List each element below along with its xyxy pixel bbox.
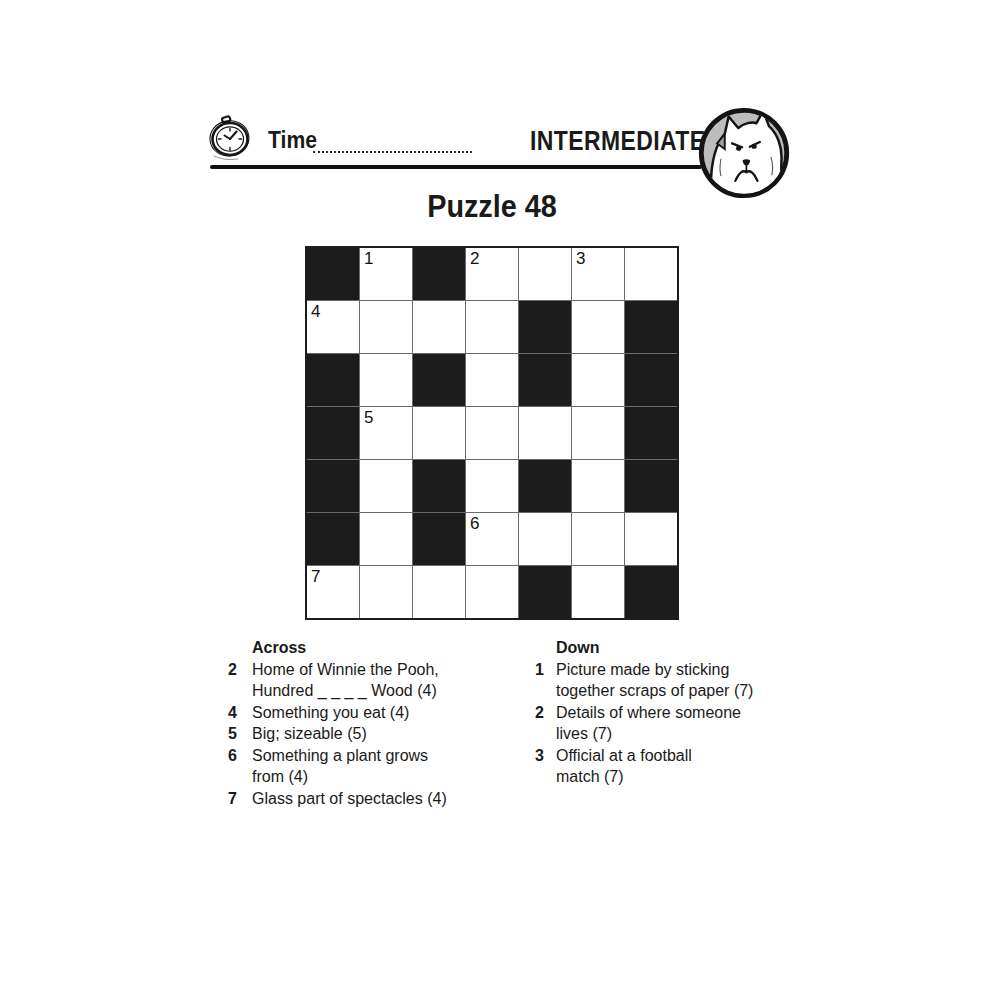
clue-text: Something a plant grows from (4) xyxy=(252,745,478,788)
clue-text: Details of where someone lives (7) xyxy=(556,702,772,745)
clue-list-number: 3 xyxy=(535,745,556,767)
letter-cell[interactable] xyxy=(466,407,518,459)
clue-list-number: 5 xyxy=(228,723,252,745)
letter-cell[interactable]: 4 xyxy=(307,301,359,353)
clue-list-number: 7 xyxy=(228,788,252,810)
crossword-grid: 1234567 xyxy=(305,246,679,620)
clue-text: Home of Winnie the Pooh, Hundred _ _ _ _… xyxy=(252,659,478,702)
down-clue-2: 2Details of where someone lives (7) xyxy=(535,702,772,745)
letter-cell[interactable] xyxy=(360,566,412,618)
block-cell xyxy=(413,513,465,565)
letter-cell[interactable] xyxy=(360,460,412,512)
block-cell xyxy=(519,354,571,406)
time-write-in-line xyxy=(313,130,472,153)
block-cell xyxy=(625,566,677,618)
letter-cell[interactable] xyxy=(572,566,624,618)
across-clue-7: 7Glass part of spectacles (4) xyxy=(228,788,478,810)
clue-number: 6 xyxy=(470,514,479,533)
down-clue-1: 1Picture made by sticking together scrap… xyxy=(535,659,772,702)
clue-text: Picture made by sticking together scraps… xyxy=(556,659,772,702)
clue-list-number: 4 xyxy=(228,702,252,724)
letter-cell[interactable] xyxy=(572,460,624,512)
letter-cell[interactable]: 6 xyxy=(466,513,518,565)
letter-cell[interactable] xyxy=(360,354,412,406)
letter-cell[interactable] xyxy=(625,248,677,300)
block-cell xyxy=(519,460,571,512)
page-title: Puzzle 48 xyxy=(312,188,672,225)
letter-cell[interactable] xyxy=(466,354,518,406)
across-heading: Across xyxy=(252,637,478,659)
clue-list-number: 6 xyxy=(228,745,252,767)
down-heading: Down xyxy=(556,637,772,659)
header-rule xyxy=(210,165,702,169)
letter-cell[interactable] xyxy=(360,301,412,353)
letter-cell[interactable] xyxy=(572,301,624,353)
block-cell xyxy=(307,407,359,459)
letter-cell[interactable]: 7 xyxy=(307,566,359,618)
letter-cell[interactable]: 3 xyxy=(572,248,624,300)
clue-text: Something you eat (4) xyxy=(252,702,478,724)
down-clue-3: 3Official at a football match (7) xyxy=(535,745,772,788)
letter-cell[interactable] xyxy=(519,248,571,300)
letter-cell[interactable] xyxy=(625,513,677,565)
letter-cell[interactable] xyxy=(466,301,518,353)
across-clue-5: 5Big; sizeable (5) xyxy=(228,723,478,745)
clue-list-number: 1 xyxy=(535,659,556,681)
clue-text: Big; sizeable (5) xyxy=(252,723,478,745)
block-cell xyxy=(413,354,465,406)
letter-cell[interactable]: 1 xyxy=(360,248,412,300)
dog-mascot-icon xyxy=(696,105,792,201)
down-clue-list: 1Picture made by sticking together scrap… xyxy=(535,659,772,788)
block-cell xyxy=(519,301,571,353)
block-cell xyxy=(625,460,677,512)
letter-cell[interactable] xyxy=(360,513,412,565)
block-cell xyxy=(625,301,677,353)
letter-cell[interactable] xyxy=(413,566,465,618)
letter-cell[interactable]: 5 xyxy=(360,407,412,459)
block-cell xyxy=(413,248,465,300)
across-clue-6: 6Something a plant grows from (4) xyxy=(228,745,478,788)
clue-number: 7 xyxy=(311,567,320,586)
letter-cell[interactable] xyxy=(572,354,624,406)
block-cell xyxy=(413,460,465,512)
difficulty-level-label: INTERMEDIATES xyxy=(530,125,721,157)
letter-cell[interactable]: 2 xyxy=(466,248,518,300)
letter-cell[interactable] xyxy=(519,513,571,565)
time-label: Time xyxy=(268,127,317,154)
letter-cell[interactable] xyxy=(572,407,624,459)
clue-number: 4 xyxy=(311,302,320,321)
stopwatch-icon xyxy=(206,112,256,164)
letter-cell[interactable] xyxy=(519,407,571,459)
letter-cell[interactable] xyxy=(572,513,624,565)
clue-number: 3 xyxy=(576,249,585,268)
across-clue-list: 2Home of Winnie the Pooh, Hundred _ _ _ … xyxy=(228,659,478,810)
clue-text: Official at a football match (7) xyxy=(556,745,772,788)
block-cell xyxy=(307,248,359,300)
clue-text: Glass part of spectacles (4) xyxy=(252,788,478,810)
down-clues-section: Down 1Picture made by sticking together … xyxy=(535,637,772,788)
clue-number: 5 xyxy=(364,408,373,427)
block-cell xyxy=(625,407,677,459)
letter-cell[interactable] xyxy=(466,566,518,618)
block-cell xyxy=(519,566,571,618)
block-cell xyxy=(307,354,359,406)
across-clue-4: 4Something you eat (4) xyxy=(228,702,478,724)
block-cell xyxy=(307,513,359,565)
letter-cell[interactable] xyxy=(413,301,465,353)
across-clues-section: Across 2Home of Winnie the Pooh, Hundred… xyxy=(228,637,478,809)
clue-list-number: 2 xyxy=(228,659,252,681)
letter-cell[interactable] xyxy=(413,407,465,459)
clue-number: 1 xyxy=(364,249,373,268)
clue-list-number: 2 xyxy=(535,702,556,724)
clue-number: 2 xyxy=(470,249,479,268)
across-clue-2: 2Home of Winnie the Pooh, Hundred _ _ _ … xyxy=(228,659,478,702)
letter-cell[interactable] xyxy=(466,460,518,512)
block-cell xyxy=(307,460,359,512)
block-cell xyxy=(625,354,677,406)
